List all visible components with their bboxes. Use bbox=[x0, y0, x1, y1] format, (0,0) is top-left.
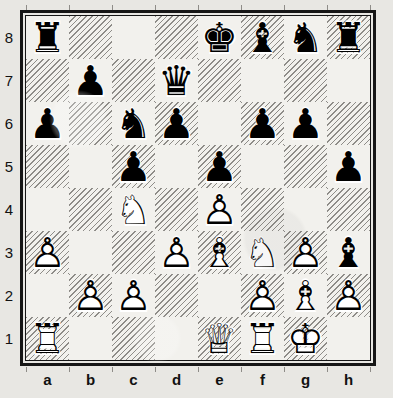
square-d1[interactable] bbox=[155, 317, 198, 360]
black-pawn: ♟ bbox=[69, 60, 112, 103]
square-h7[interactable] bbox=[327, 59, 370, 102]
square-g2[interactable]: ♗ bbox=[284, 274, 327, 317]
square-h2[interactable]: ♙ bbox=[327, 274, 370, 317]
file-label-b: b bbox=[69, 369, 112, 393]
square-g1[interactable]: ♔ bbox=[284, 317, 327, 360]
square-a5[interactable] bbox=[26, 145, 69, 188]
square-e8[interactable]: ♚ bbox=[198, 16, 241, 59]
square-b4[interactable] bbox=[69, 188, 112, 231]
square-c1[interactable] bbox=[112, 317, 155, 360]
black-knight: ♞ bbox=[284, 17, 327, 60]
black-bishop: ♝ bbox=[241, 17, 284, 60]
square-a1[interactable]: ♖ bbox=[26, 317, 69, 360]
white-queen: ♕ bbox=[198, 318, 241, 361]
square-g7[interactable] bbox=[284, 59, 327, 102]
square-f4[interactable] bbox=[241, 188, 284, 231]
square-c5[interactable]: ♟ bbox=[112, 145, 155, 188]
rank-labels: 87654321 bbox=[0, 16, 18, 360]
square-c2[interactable]: ♙ bbox=[112, 274, 155, 317]
square-f1[interactable]: ♖ bbox=[241, 317, 284, 360]
square-c3[interactable] bbox=[112, 231, 155, 274]
square-f2[interactable]: ♙ bbox=[241, 274, 284, 317]
black-pawn: ♟ bbox=[155, 103, 198, 146]
square-a8[interactable]: ♜ bbox=[26, 16, 69, 59]
rank-label-4: 4 bbox=[0, 188, 18, 231]
rank-label-1: 1 bbox=[0, 317, 18, 360]
square-d8[interactable] bbox=[155, 16, 198, 59]
white-rook: ♖ bbox=[26, 318, 69, 361]
white-king: ♔ bbox=[284, 318, 327, 361]
square-b1[interactable] bbox=[69, 317, 112, 360]
square-b5[interactable] bbox=[69, 145, 112, 188]
file-label-c: c bbox=[112, 369, 155, 393]
square-b7[interactable]: ♟ bbox=[69, 59, 112, 102]
white-bishop: ♗ bbox=[198, 232, 241, 275]
square-d5[interactable] bbox=[155, 145, 198, 188]
square-a6[interactable]: ♟ bbox=[26, 102, 69, 145]
rank-label-5: 5 bbox=[0, 145, 18, 188]
square-f3[interactable]: ♘ bbox=[241, 231, 284, 274]
white-pawn: ♙ bbox=[155, 232, 198, 275]
square-e4[interactable]: ♙ bbox=[198, 188, 241, 231]
rank-label-7: 7 bbox=[0, 59, 18, 102]
square-e3[interactable]: ♗ bbox=[198, 231, 241, 274]
file-label-f: f bbox=[241, 369, 284, 393]
rank-label-2: 2 bbox=[0, 274, 18, 317]
rank-label-6: 6 bbox=[0, 102, 18, 145]
file-label-a: a bbox=[26, 369, 69, 393]
square-h4[interactable] bbox=[327, 188, 370, 231]
square-b3[interactable] bbox=[69, 231, 112, 274]
square-e5[interactable]: ♟ bbox=[198, 145, 241, 188]
square-a7[interactable] bbox=[26, 59, 69, 102]
white-rook: ♖ bbox=[241, 318, 284, 361]
square-a3[interactable]: ♙ bbox=[26, 231, 69, 274]
square-c6[interactable]: ♞ bbox=[112, 102, 155, 145]
square-a2[interactable] bbox=[26, 274, 69, 317]
square-e7[interactable] bbox=[198, 59, 241, 102]
square-d7[interactable]: ♛ bbox=[155, 59, 198, 102]
square-b8[interactable] bbox=[69, 16, 112, 59]
chess-diagram: 87654321 ♜♚♝♞♜♟♛♟♞♟♟♟♟♟♟♘♙♙♙♗♘♙♝♙♙♙♗♙♖♕♖… bbox=[0, 0, 393, 398]
black-pawn: ♟ bbox=[284, 103, 327, 146]
square-g4[interactable] bbox=[284, 188, 327, 231]
black-rook: ♜ bbox=[26, 17, 69, 60]
square-g8[interactable]: ♞ bbox=[284, 16, 327, 59]
square-h3[interactable]: ♝ bbox=[327, 231, 370, 274]
square-g6[interactable]: ♟ bbox=[284, 102, 327, 145]
square-f6[interactable]: ♟ bbox=[241, 102, 284, 145]
white-pawn: ♙ bbox=[327, 275, 370, 318]
square-b2[interactable]: ♙ bbox=[69, 274, 112, 317]
square-a4[interactable] bbox=[26, 188, 69, 231]
board-inner-border: ♜♚♝♞♜♟♛♟♞♟♟♟♟♟♟♘♙♙♙♗♘♙♝♙♙♙♗♙♖♕♖♔ bbox=[25, 15, 371, 361]
square-b6[interactable] bbox=[69, 102, 112, 145]
square-d3[interactable]: ♙ bbox=[155, 231, 198, 274]
square-d4[interactable] bbox=[155, 188, 198, 231]
square-g3[interactable]: ♙ bbox=[284, 231, 327, 274]
file-label-d: d bbox=[155, 369, 198, 393]
square-f8[interactable]: ♝ bbox=[241, 16, 284, 59]
square-e6[interactable] bbox=[198, 102, 241, 145]
board-grid: ♜♚♝♞♜♟♛♟♞♟♟♟♟♟♟♘♙♙♙♗♘♙♝♙♙♙♗♙♖♕♖♔ bbox=[26, 16, 370, 360]
black-pawn: ♟ bbox=[327, 146, 370, 189]
square-c8[interactable] bbox=[112, 16, 155, 59]
white-knight: ♘ bbox=[112, 189, 155, 232]
file-label-h: h bbox=[327, 369, 370, 393]
square-h8[interactable]: ♜ bbox=[327, 16, 370, 59]
square-h5[interactable]: ♟ bbox=[327, 145, 370, 188]
square-f7[interactable] bbox=[241, 59, 284, 102]
black-pawn: ♟ bbox=[241, 103, 284, 146]
square-c4[interactable]: ♘ bbox=[112, 188, 155, 231]
square-h6[interactable] bbox=[327, 102, 370, 145]
black-king: ♚ bbox=[198, 17, 241, 60]
square-f5[interactable] bbox=[241, 145, 284, 188]
file-labels: abcdefgh bbox=[26, 369, 370, 393]
white-pawn: ♙ bbox=[112, 275, 155, 318]
black-rook: ♜ bbox=[327, 17, 370, 60]
square-d2[interactable] bbox=[155, 274, 198, 317]
square-g5[interactable] bbox=[284, 145, 327, 188]
square-e1[interactable]: ♕ bbox=[198, 317, 241, 360]
square-c7[interactable] bbox=[112, 59, 155, 102]
rank-label-3: 3 bbox=[0, 231, 18, 274]
square-h1[interactable] bbox=[327, 317, 370, 360]
square-d6[interactable]: ♟ bbox=[155, 102, 198, 145]
rank-label-8: 8 bbox=[0, 16, 18, 59]
file-label-g: g bbox=[284, 369, 327, 393]
white-pawn: ♙ bbox=[69, 275, 112, 318]
black-pawn: ♟ bbox=[26, 103, 69, 146]
file-label-e: e bbox=[198, 369, 241, 393]
chess-board: ♜♚♝♞♜♟♛♟♞♟♟♟♟♟♟♘♙♙♙♗♘♙♝♙♙♙♗♙♖♕♖♔ bbox=[20, 10, 376, 366]
square-e2[interactable] bbox=[198, 274, 241, 317]
white-pawn: ♙ bbox=[26, 232, 69, 275]
